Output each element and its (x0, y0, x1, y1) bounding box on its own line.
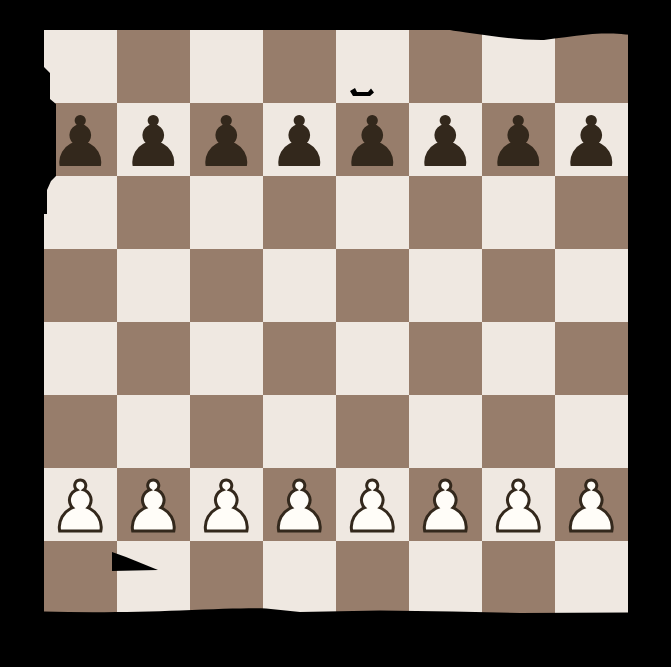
square-a2[interactable]: ♟ (44, 468, 117, 541)
square-e7[interactable]: ♟ (336, 103, 409, 176)
chess-board: ♟♟♟♟♟♟♟♟♟♟♟♟♟♟♟♟ (44, 30, 628, 614)
square-a5[interactable] (44, 249, 117, 322)
square-a7[interactable]: ♟ (44, 103, 117, 176)
white-pawn[interactable]: ♟ (122, 472, 185, 542)
square-d4[interactable] (263, 322, 336, 395)
square-e6[interactable] (336, 176, 409, 249)
square-h6[interactable] (555, 176, 628, 249)
square-f7[interactable]: ♟ (409, 103, 482, 176)
square-d5[interactable] (263, 249, 336, 322)
square-g6[interactable] (482, 176, 555, 249)
white-pawn[interactable]: ♟ (341, 472, 404, 542)
square-f8[interactable] (409, 30, 482, 103)
square-b8[interactable] (117, 30, 190, 103)
square-g4[interactable] (482, 322, 555, 395)
black-pawn[interactable]: ♟ (122, 107, 185, 177)
square-h8[interactable] (555, 30, 628, 103)
square-b5[interactable] (117, 249, 190, 322)
square-h2[interactable]: ♟ (555, 468, 628, 541)
square-g1[interactable] (482, 541, 555, 614)
square-c8[interactable] (190, 30, 263, 103)
square-h4[interactable] (555, 322, 628, 395)
square-a4[interactable] (44, 322, 117, 395)
white-pawn[interactable]: ♟ (268, 472, 331, 542)
white-pawn[interactable]: ♟ (487, 472, 550, 542)
white-pawn[interactable]: ♟ (195, 472, 258, 542)
square-b7[interactable]: ♟ (117, 103, 190, 176)
square-f2[interactable]: ♟ (409, 468, 482, 541)
square-b1[interactable] (117, 541, 190, 614)
square-g3[interactable] (482, 395, 555, 468)
square-d1[interactable] (263, 541, 336, 614)
black-pawn[interactable]: ♟ (487, 107, 550, 177)
square-d3[interactable] (263, 395, 336, 468)
black-pawn[interactable]: ♟ (560, 107, 623, 177)
square-b2[interactable]: ♟ (117, 468, 190, 541)
square-g8[interactable] (482, 30, 555, 103)
square-c1[interactable] (190, 541, 263, 614)
square-a6[interactable] (44, 176, 117, 249)
square-f6[interactable] (409, 176, 482, 249)
square-f3[interactable] (409, 395, 482, 468)
square-e3[interactable] (336, 395, 409, 468)
white-pawn[interactable]: ♟ (560, 472, 623, 542)
square-a3[interactable] (44, 395, 117, 468)
square-d2[interactable]: ♟ (263, 468, 336, 541)
square-c2[interactable]: ♟ (190, 468, 263, 541)
square-a8[interactable] (44, 30, 117, 103)
square-c4[interactable] (190, 322, 263, 395)
black-pawn[interactable]: ♟ (49, 107, 112, 177)
square-d7[interactable]: ♟ (263, 103, 336, 176)
square-g5[interactable] (482, 249, 555, 322)
square-f1[interactable] (409, 541, 482, 614)
black-pawn[interactable]: ♟ (268, 107, 331, 177)
square-h3[interactable] (555, 395, 628, 468)
white-pawn[interactable]: ♟ (414, 472, 477, 542)
square-f5[interactable] (409, 249, 482, 322)
square-c6[interactable] (190, 176, 263, 249)
square-d8[interactable] (263, 30, 336, 103)
square-c5[interactable] (190, 249, 263, 322)
white-pawn[interactable]: ♟ (49, 472, 112, 542)
square-g2[interactable]: ♟ (482, 468, 555, 541)
square-e4[interactable] (336, 322, 409, 395)
square-h1[interactable] (555, 541, 628, 614)
black-pawn[interactable]: ♟ (195, 107, 258, 177)
square-c7[interactable]: ♟ (190, 103, 263, 176)
square-b3[interactable] (117, 395, 190, 468)
square-c3[interactable] (190, 395, 263, 468)
square-a1[interactable] (44, 541, 117, 614)
chessboard-scene: ♟♟♟♟♟♟♟♟♟♟♟♟♟♟♟♟ (0, 0, 671, 667)
square-b6[interactable] (117, 176, 190, 249)
square-e8[interactable] (336, 30, 409, 103)
square-e5[interactable] (336, 249, 409, 322)
square-e2[interactable]: ♟ (336, 468, 409, 541)
square-g7[interactable]: ♟ (482, 103, 555, 176)
square-h5[interactable] (555, 249, 628, 322)
square-e1[interactable] (336, 541, 409, 614)
black-pawn[interactable]: ♟ (341, 107, 404, 177)
square-h7[interactable]: ♟ (555, 103, 628, 176)
square-b4[interactable] (117, 322, 190, 395)
square-d6[interactable] (263, 176, 336, 249)
square-f4[interactable] (409, 322, 482, 395)
black-pawn[interactable]: ♟ (414, 107, 477, 177)
